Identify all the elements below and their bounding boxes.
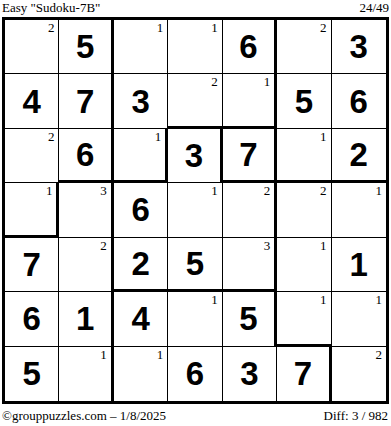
given-digit: 3 [185,139,203,172]
cell-r1c5[interactable]: 6 [223,20,277,74]
cell-r5c7[interactable]: 1 [332,238,386,292]
given-digit: 5 [239,302,257,335]
cell-r4c1[interactable]: 1 [5,183,59,237]
pencil-mark: 3 [264,239,271,252]
cell-r5c5[interactable]: 3 [223,238,277,292]
pencil-mark: 2 [375,348,382,361]
cell-r4c7[interactable]: 1 [332,183,386,237]
given-digit: 3 [240,357,258,390]
given-digit: 5 [186,247,204,280]
cell-r2c2[interactable]: 7 [59,74,113,128]
given-digit: 4 [131,302,149,335]
cell-r3c2[interactable]: 6 [59,129,113,183]
given-digit: 6 [76,138,94,171]
cell-r7c4[interactable]: 6 [168,347,222,401]
given-digit: 1 [350,248,368,281]
copyright-text: ©grouppuzzles.com – 1/8/2025 [2,408,166,423]
given-digit: 5 [23,357,41,390]
cell-r1c2[interactable]: 5 [59,20,113,74]
progress-counter: 24/49 [359,1,389,16]
cell-r3c3[interactable]: 1 [114,129,168,183]
given-digit: 6 [239,30,257,63]
cell-r5c6[interactable]: 1 [277,238,331,292]
pencil-mark: 1 [157,21,164,34]
pencil-mark: 1 [46,184,53,197]
pencil-mark: 1 [157,348,164,361]
cell-r1c1[interactable]: 2 [5,20,59,74]
page-title: Easy "Sudoku-7B" [2,1,100,16]
pencil-mark: 3 [100,184,107,197]
given-digit: 7 [76,85,94,118]
pencil-mark: 1 [100,348,107,361]
cell-r4c3[interactable]: 6 [114,183,168,237]
header: Easy "Sudoku-7B" 24/49 [0,0,391,16]
given-digit: 7 [23,248,41,281]
pencil-mark: 2 [100,239,107,252]
cell-r2c1[interactable]: 4 [5,74,59,128]
cell-r2c4[interactable]: 2 [168,74,222,128]
given-digit: 6 [186,357,204,390]
cell-r7c6[interactable]: 7 [277,347,331,401]
pencil-mark: 1 [320,130,327,143]
given-digit: 7 [239,138,257,171]
cell-r5c2[interactable]: 2 [59,238,113,292]
cell-r4c5[interactable]: 2 [223,183,277,237]
cell-r1c4[interactable]: 1 [168,20,222,74]
difficulty-text: Diff: 3 / 982 [324,408,388,423]
pencil-mark: 1 [375,293,382,306]
cell-r7c3[interactable]: 1 [114,347,168,401]
cell-r5c3[interactable]: 2 [114,238,168,292]
sudoku-grid: 2511623473215626137121361221722531161415… [2,17,389,404]
pencil-mark: 2 [320,21,327,34]
cell-r2c6[interactable]: 5 [277,74,331,128]
pencil-mark: 1 [375,184,382,197]
pencil-mark: 1 [320,239,327,252]
cell-r3c5[interactable]: 7 [223,129,277,183]
pencil-mark: 2 [211,75,218,88]
given-digit: 3 [131,85,149,118]
cell-r3c1[interactable]: 2 [5,129,59,183]
given-digit: 6 [23,302,41,335]
given-digit: 3 [350,30,368,63]
cell-r2c7[interactable]: 6 [332,74,386,128]
cell-r6c1[interactable]: 6 [5,292,59,346]
cell-r7c7[interactable]: 2 [332,347,386,401]
given-digit: 2 [131,247,149,280]
cell-r2c5[interactable]: 1 [223,74,277,128]
given-digit: 5 [76,30,94,63]
pencil-mark: 2 [320,184,327,197]
cell-r3c4[interactable]: 3 [168,129,222,183]
cell-r6c7[interactable]: 1 [332,292,386,346]
given-digit: 2 [350,138,368,171]
given-digit: 5 [295,85,313,118]
pencil-mark: 2 [264,184,271,197]
cell-r4c6[interactable]: 2 [277,183,331,237]
cell-r3c6[interactable]: 1 [277,129,331,183]
cell-r6c5[interactable]: 5 [223,292,277,346]
pencil-mark: 2 [48,130,55,143]
cell-r5c4[interactable]: 5 [168,238,222,292]
cell-r7c1[interactable]: 5 [5,347,59,401]
given-digit: 7 [294,357,312,390]
cell-r2c3[interactable]: 3 [114,74,168,128]
pencil-mark: 1 [211,293,218,306]
pencil-mark: 1 [211,21,218,34]
footer: ©grouppuzzles.com – 1/8/2025 Diff: 3 / 9… [0,408,391,423]
pencil-mark: 2 [48,21,55,34]
given-digit: 1 [76,302,94,335]
cell-r5c1[interactable]: 7 [5,238,59,292]
cell-r7c5[interactable]: 3 [223,347,277,401]
cell-r6c4[interactable]: 1 [168,292,222,346]
cell-r7c2[interactable]: 1 [59,347,113,401]
given-digit: 6 [131,193,149,226]
cell-r1c3[interactable]: 1 [114,20,168,74]
cell-r6c2[interactable]: 1 [59,292,113,346]
cell-r1c7[interactable]: 3 [332,20,386,74]
cell-r6c3[interactable]: 4 [114,292,168,346]
pencil-mark: 1 [320,293,327,306]
cell-r4c4[interactable]: 1 [168,183,222,237]
pencil-mark: 1 [211,184,218,197]
pencil-mark: 1 [264,75,271,88]
given-digit: 4 [23,85,41,118]
pencil-mark: 1 [155,130,162,143]
cell-r1c6[interactable]: 2 [277,20,331,74]
cell-r3c7[interactable]: 2 [332,129,386,183]
cell-r4c2[interactable]: 3 [59,183,113,237]
cell-r6c6[interactable]: 1 [277,292,331,346]
given-digit: 6 [350,85,368,118]
